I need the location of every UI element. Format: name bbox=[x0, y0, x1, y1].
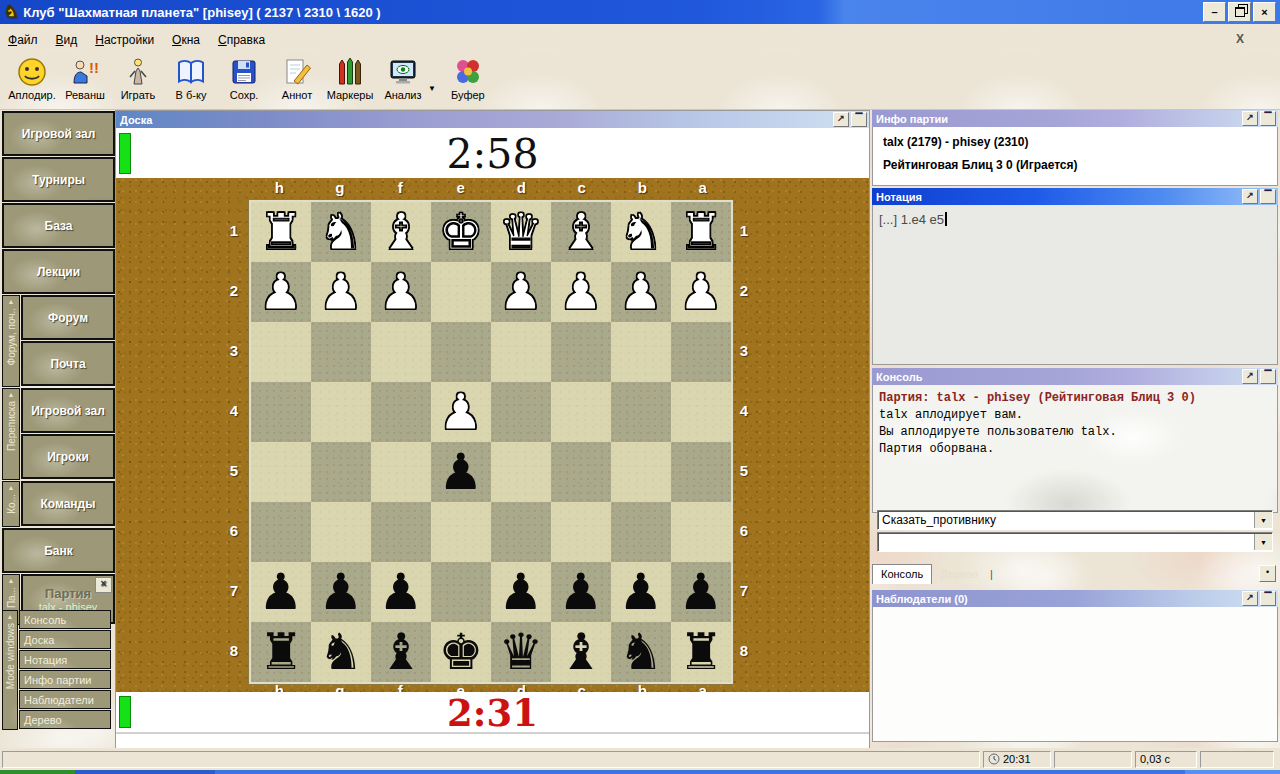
black-pawn-piece[interactable]: ♟ bbox=[611, 562, 671, 622]
console-line: Партия: talx - phisey (Рейтинговая Блиц … bbox=[879, 390, 1271, 407]
square-a6[interactable] bbox=[671, 502, 731, 562]
square-d8[interactable]: ♛ bbox=[491, 622, 551, 682]
square-c3[interactable] bbox=[551, 322, 611, 382]
console-line: talx аплодирует вам. bbox=[879, 407, 1271, 424]
square-g2[interactable]: ♟ bbox=[311, 262, 371, 322]
square-a8[interactable]: ♜ bbox=[671, 622, 731, 682]
square-e7[interactable] bbox=[431, 562, 491, 622]
square-a4[interactable] bbox=[671, 382, 731, 442]
square-a5[interactable] bbox=[671, 442, 731, 502]
sidebar-item-Игровой зал[interactable]: Игровой зал bbox=[21, 388, 115, 433]
observers-title: Наблюдатели (0) bbox=[876, 593, 968, 605]
menubar: ФайлВидНастройкиОкнаСправка X bbox=[0, 26, 1280, 53]
play-icon bbox=[122, 56, 154, 88]
menu-items: ФайлВидНастройкиОкнаСправка bbox=[8, 30, 283, 48]
group-tab-Форум, поч..[interactable]: ▲Форум, поч.. bbox=[2, 295, 20, 387]
square-b2[interactable]: ♟ bbox=[611, 262, 671, 322]
white-pawn-piece[interactable]: ♟ bbox=[431, 382, 491, 442]
close-button[interactable]: × bbox=[1253, 2, 1276, 22]
window-list-item-Инфо партии[interactable]: Инфо партии bbox=[19, 670, 111, 689]
sidebar-item-label: Лекции bbox=[37, 265, 80, 279]
console-tabbar: Консоль Дерево | • bbox=[872, 562, 1278, 584]
square-c7[interactable]: ♟ bbox=[551, 562, 611, 622]
statusbar-cell-empty bbox=[1200, 751, 1274, 768]
notation-header: Нотация ↗ ▔ bbox=[872, 188, 1278, 205]
board-bottom-strip bbox=[116, 733, 869, 746]
sidebar-sections: Игровой залТурнирыБазаЛекции▲Форум, поч.… bbox=[2, 111, 115, 626]
square-f6[interactable] bbox=[371, 502, 431, 562]
info-minimize-button[interactable]: ▔ bbox=[1260, 111, 1276, 126]
game-info-body: talx (2179) - phisey (2310) Рейтинговая … bbox=[872, 127, 1278, 186]
markers-icon bbox=[334, 56, 366, 88]
tool-label: Аплодир. bbox=[8, 89, 55, 101]
tool-label: В б-ку bbox=[176, 89, 207, 101]
file-label-c: c bbox=[552, 179, 613, 199]
white-clock-strip: 2:58 bbox=[116, 129, 869, 179]
menu-Справка[interactable]: Справка bbox=[218, 33, 265, 47]
square-d2[interactable]: ♟ bbox=[491, 262, 551, 322]
game-info-panel: Инфо партии ↗ ▔ talx (2179) - phisey (23… bbox=[872, 110, 1278, 186]
file-label-d: d bbox=[491, 179, 552, 199]
game-info-title: Инфо партии bbox=[876, 113, 948, 125]
time-control-line: Рейтинговая Блиц 3 0 (Играется) bbox=[883, 158, 1267, 172]
observers-panel: Наблюдатели (0) ↗ ▔ bbox=[872, 590, 1278, 742]
menu-Настройки[interactable]: Настройки bbox=[95, 33, 154, 47]
combo-dropdown-icon[interactable]: ▼ bbox=[1254, 534, 1272, 550]
square-e2[interactable] bbox=[431, 262, 491, 322]
chat-input-combo[interactable]: ▼ bbox=[877, 532, 1273, 552]
rank-label-6: 6 bbox=[222, 500, 246, 560]
square-e3[interactable] bbox=[431, 322, 491, 382]
markers-button[interactable]: Маркеры bbox=[324, 54, 376, 101]
statusbar-cell-20:31: 20:31 bbox=[983, 751, 1051, 768]
tool-label: Реванш bbox=[65, 89, 105, 101]
tool-label: Буфер bbox=[451, 89, 485, 101]
rank-labels-right: 12345678 bbox=[732, 200, 756, 680]
square-f2[interactable]: ♟ bbox=[371, 262, 431, 322]
black-queen-piece[interactable]: ♛ bbox=[491, 622, 551, 682]
floppy-icon bbox=[228, 56, 260, 88]
board-expand-button[interactable]: ↗ bbox=[833, 112, 849, 127]
board-panel-title: Доска bbox=[120, 114, 152, 126]
square-c4[interactable] bbox=[551, 382, 611, 442]
sidebar-item-label: Игровой зал bbox=[31, 404, 105, 418]
sidebar-item-label: Команды bbox=[40, 497, 95, 511]
sidebar-item-Лекции[interactable]: Лекции bbox=[2, 249, 115, 294]
console-line: Вы аплодируете пользователю talx. bbox=[879, 424, 1271, 441]
board-wood-frame: hgfedcba 12345678 ♜♞♝♚♛♝♞♜♟♟♟♟♟♟♟♟♟♟♟♟♟♟… bbox=[116, 178, 869, 692]
say-opponent-value: Сказать_противнику bbox=[878, 513, 1254, 527]
file-label-a: a bbox=[673, 179, 734, 199]
rank-label-1: 1 bbox=[222, 200, 246, 260]
white-queen-piece[interactable]: ♛ bbox=[491, 202, 551, 262]
statusbar-cell-0,03 с: 0,03 с bbox=[1135, 751, 1197, 768]
close-game-tab-button[interactable]: × bbox=[95, 577, 112, 593]
window-list-item-Доска[interactable]: Доска bbox=[19, 630, 111, 649]
sidebar-item-Игроки[interactable]: Игроки bbox=[21, 434, 115, 479]
board-panel-header: Доска ↗ ▔ bbox=[116, 111, 869, 128]
notation-body[interactable]: [...] 1.e4 e5 bbox=[872, 205, 1278, 365]
text-caret bbox=[945, 212, 947, 226]
scroll-up-icon: ▲ bbox=[8, 391, 15, 398]
applaud-button[interactable]: Аплодир. bbox=[6, 54, 58, 101]
menu-Окна[interactable]: Окна bbox=[172, 33, 200, 47]
sidebar-group: ▲Форум, поч..ФорумПочта bbox=[2, 295, 115, 387]
tool-label: Сохр. bbox=[230, 89, 259, 101]
sidebar-item-Банк[interactable]: Банк bbox=[2, 528, 115, 573]
window-list-item-Дерево[interactable]: Дерево bbox=[19, 710, 111, 729]
file-label-b: b bbox=[612, 179, 673, 199]
window-list-item-Наблюдатели[interactable]: Наблюдатели bbox=[19, 690, 111, 709]
clock-icon bbox=[988, 753, 1000, 765]
white-bishop-piece[interactable]: ♝ bbox=[551, 202, 611, 262]
black-knight-piece[interactable]: ♞ bbox=[311, 622, 371, 682]
white-pawn-piece[interactable]: ♟ bbox=[251, 262, 311, 322]
square-g6[interactable] bbox=[311, 502, 371, 562]
sidebar-item-label: База bbox=[45, 219, 73, 233]
console-minimize-button[interactable]: ▔ bbox=[1260, 369, 1276, 384]
black-king-piece[interactable]: ♚ bbox=[431, 622, 491, 682]
square-g5[interactable] bbox=[311, 442, 371, 502]
square-h6[interactable] bbox=[251, 502, 311, 562]
square-e8[interactable]: ♚ bbox=[431, 622, 491, 682]
rank-label-4: 4 bbox=[732, 380, 756, 440]
black-knight-piece[interactable]: ♞ bbox=[611, 622, 671, 682]
console-expand-button[interactable]: ↗ bbox=[1242, 369, 1258, 384]
rank-label-7: 7 bbox=[222, 560, 246, 620]
scroll-up-icon: ▲ bbox=[8, 298, 15, 305]
white-pawn-piece[interactable]: ♟ bbox=[311, 262, 371, 322]
sidebar-group: ▲Ко...Команды bbox=[2, 481, 115, 527]
square-d1[interactable]: ♛ bbox=[491, 202, 551, 262]
rank-label-3: 3 bbox=[222, 320, 246, 380]
white-clock: 2:58 bbox=[116, 130, 869, 178]
square-h3[interactable] bbox=[251, 322, 311, 382]
group-tab-Переписка[interactable]: ▲Переписка bbox=[2, 388, 20, 480]
analysis-icon bbox=[387, 56, 419, 88]
white-king-piece[interactable]: ♚ bbox=[431, 202, 491, 262]
square-b7[interactable]: ♟ bbox=[611, 562, 671, 622]
sidebar-item-Почта[interactable]: Почта bbox=[21, 341, 115, 386]
observers-list[interactable] bbox=[872, 607, 1278, 742]
rematch-button[interactable]: !!Реванш bbox=[59, 54, 111, 101]
square-h8[interactable]: ♜ bbox=[251, 622, 311, 682]
mdi-child-close-button[interactable]: X bbox=[1236, 32, 1244, 46]
info-expand-button[interactable]: ↗ bbox=[1242, 111, 1258, 126]
white-pawn-piece[interactable]: ♟ bbox=[671, 262, 731, 322]
notation-panel: Нотация ↗ ▔ [...] 1.e4 e5 bbox=[872, 188, 1278, 365]
window-titlebar: ♞ Клуб "Шахматная планета" [phisey] ( 21… bbox=[0, 0, 1280, 24]
console-title: Консоль bbox=[876, 371, 922, 383]
black-rook-piece[interactable]: ♜ bbox=[251, 622, 311, 682]
square-a7[interactable]: ♟ bbox=[671, 562, 731, 622]
square-d4[interactable] bbox=[491, 382, 551, 442]
statusbar-cell-empty bbox=[2, 751, 980, 768]
black-pawn-piece[interactable]: ♟ bbox=[491, 562, 551, 622]
move-list: [...] 1.e4 e5 bbox=[879, 212, 944, 227]
square-g3[interactable] bbox=[311, 322, 371, 382]
square-f5[interactable] bbox=[371, 442, 431, 502]
square-e4[interactable]: ♟ bbox=[431, 382, 491, 442]
sidebar-item-label: Игровой зал bbox=[22, 127, 96, 141]
square-g4[interactable] bbox=[311, 382, 371, 442]
group-tab-label: Ко... bbox=[6, 494, 17, 514]
square-d5[interactable] bbox=[491, 442, 551, 502]
board-panel: Доска ↗ ▔ 2:58 hgfedcba 12345678 ♜♞♝♚♛♝♞… bbox=[115, 110, 870, 752]
square-b1[interactable]: ♞ bbox=[611, 202, 671, 262]
observers-minimize-button[interactable]: ▔ bbox=[1260, 591, 1276, 606]
square-f7[interactable]: ♟ bbox=[371, 562, 431, 622]
observers-header: Наблюдатели (0) ↗ ▔ bbox=[872, 590, 1278, 607]
file-labels-top: hgfedcba bbox=[249, 179, 733, 199]
play-button[interactable]: Играть bbox=[112, 54, 164, 101]
svg-text:!!: !! bbox=[89, 59, 99, 76]
statusbar: 20:310,03 с bbox=[0, 748, 1280, 770]
rank-label-3: 3 bbox=[732, 320, 756, 380]
square-f3[interactable] bbox=[371, 322, 431, 382]
square-g1[interactable]: ♞ bbox=[311, 202, 371, 262]
smiley-icon bbox=[16, 56, 48, 88]
chess-board[interactable]: ♜♞♝♚♛♝♞♜♟♟♟♟♟♟♟♟♟♟♟♟♟♟♟♟♜♞♝♚♛♝♞♜ bbox=[249, 200, 733, 684]
square-b5[interactable] bbox=[611, 442, 671, 502]
square-f8[interactable]: ♝ bbox=[371, 622, 431, 682]
rank-label-8: 8 bbox=[732, 620, 756, 680]
tab-separator: | bbox=[990, 568, 993, 584]
square-b4[interactable] bbox=[611, 382, 671, 442]
file-label-h: h bbox=[249, 179, 310, 199]
sidebar-item-Турниры[interactable]: Турниры bbox=[2, 157, 115, 202]
restore-button[interactable] bbox=[1228, 2, 1251, 22]
say-opponent-combo[interactable]: Сказать_противнику ▼ bbox=[877, 510, 1273, 530]
tool-label: Аннот bbox=[282, 89, 312, 101]
square-c5[interactable] bbox=[551, 442, 611, 502]
group-tab-Ко...[interactable]: ▲Ко... bbox=[2, 481, 20, 527]
sidebar-item-label: Форум bbox=[48, 311, 88, 325]
tool-label: Анализ bbox=[384, 89, 421, 101]
square-e5[interactable]: ♟ bbox=[431, 442, 491, 502]
white-rook-piece[interactable]: ♜ bbox=[251, 202, 311, 262]
rank-label-2: 2 bbox=[732, 260, 756, 320]
buffer-icon bbox=[452, 56, 484, 88]
rank-label-6: 6 bbox=[732, 500, 756, 560]
black-clock: 2:31 bbox=[116, 691, 869, 735]
board-minimize-button[interactable]: ▔ bbox=[851, 112, 867, 127]
window-title: Клуб "Шахматная планета" [phisey] ( 2137… bbox=[23, 5, 380, 20]
statusbar-text: 20:31 bbox=[1003, 753, 1031, 765]
sidebar-item-label: Почта bbox=[50, 357, 85, 371]
black-bishop-piece[interactable]: ♝ bbox=[371, 622, 431, 682]
file-label-f: f bbox=[370, 179, 431, 199]
black-pawn-piece[interactable]: ♟ bbox=[671, 562, 731, 622]
rank-labels-left: 12345678 bbox=[222, 200, 246, 680]
current-game-title: Партия bbox=[45, 586, 91, 601]
black-rook-piece[interactable]: ♜ bbox=[671, 622, 731, 682]
analysis-button[interactable]: Анализ bbox=[377, 54, 429, 101]
tabbar-options-button[interactable]: • bbox=[1259, 565, 1276, 582]
file-label-e: e bbox=[431, 179, 492, 199]
book-icon bbox=[175, 56, 207, 88]
square-g8[interactable]: ♞ bbox=[311, 622, 371, 682]
app-knight-icon: ♞ bbox=[4, 4, 18, 20]
white-pawn-piece[interactable]: ♟ bbox=[491, 262, 551, 322]
square-h1[interactable]: ♜ bbox=[251, 202, 311, 262]
group-tab-label: Па... bbox=[6, 587, 17, 608]
white-knight-piece[interactable]: ♞ bbox=[611, 202, 671, 262]
square-b6[interactable] bbox=[611, 502, 671, 562]
square-h2[interactable]: ♟ bbox=[251, 262, 311, 322]
restore-icon bbox=[1235, 7, 1245, 17]
scroll-up-icon: ▲ bbox=[7, 613, 14, 620]
square-d7[interactable]: ♟ bbox=[491, 562, 551, 622]
notation-expand-button[interactable]: ↗ bbox=[1242, 189, 1258, 204]
square-c2[interactable]: ♟ bbox=[551, 262, 611, 322]
square-h7[interactable]: ♟ bbox=[251, 562, 311, 622]
console-panel: Консоль ↗ ▔ Партия: talx - phisey (Рейти… bbox=[872, 368, 1278, 584]
sidebar-item-Игровой зал[interactable]: Игровой зал bbox=[2, 111, 115, 156]
black-pawn-piece[interactable]: ♟ bbox=[251, 562, 311, 622]
sidebar-item-label: Игроки bbox=[47, 450, 89, 464]
rank-label-7: 7 bbox=[732, 560, 756, 620]
scroll-up-icon: ▲ bbox=[8, 577, 15, 584]
square-b3[interactable] bbox=[611, 322, 671, 382]
game-info-header: Инфо партии ↗ ▔ bbox=[872, 110, 1278, 127]
square-e1[interactable]: ♚ bbox=[431, 202, 491, 262]
application-window: ♞ Клуб "Шахматная планета" [phisey] ( 21… bbox=[0, 0, 1280, 774]
window-list: ▲Mode windowsКонсольДоскаНотацияИнфо пар… bbox=[2, 610, 111, 730]
group-tab-label: Mode windows bbox=[5, 623, 16, 689]
tab-console[interactable]: Консоль bbox=[872, 564, 932, 584]
rank-label-5: 5 bbox=[222, 440, 246, 500]
rank-label-5: 5 bbox=[732, 440, 756, 500]
white-pawn-piece[interactable]: ♟ bbox=[611, 262, 671, 322]
tool-label: Играть bbox=[121, 89, 156, 101]
black-pawn-piece[interactable]: ♟ bbox=[371, 562, 431, 622]
rank-label-8: 8 bbox=[222, 620, 246, 680]
sidebar-item-Форум[interactable]: Форум bbox=[21, 295, 115, 340]
square-a1[interactable]: ♜ bbox=[671, 202, 731, 262]
window-list-item-Нотация[interactable]: Нотация bbox=[19, 650, 111, 669]
annotate-button[interactable]: Аннот bbox=[271, 54, 323, 101]
revenge-icon: !! bbox=[69, 56, 101, 88]
group-tab-label: Форум, поч.. bbox=[6, 308, 17, 365]
white-knight-piece[interactable]: ♞ bbox=[311, 202, 371, 262]
buffer-button[interactable]: Буфер bbox=[442, 54, 494, 101]
rank-label-1: 1 bbox=[732, 200, 756, 260]
white-rook-piece[interactable]: ♜ bbox=[671, 202, 731, 262]
notation-title: Нотация bbox=[876, 191, 922, 203]
white-pawn-piece[interactable]: ♟ bbox=[371, 262, 431, 322]
tool-label: Маркеры bbox=[327, 89, 374, 101]
menu-Вид[interactable]: Вид bbox=[56, 33, 78, 47]
annotate-icon bbox=[281, 56, 313, 88]
group-tab-label: Переписка bbox=[6, 401, 17, 451]
save-button[interactable]: Сохр. bbox=[218, 54, 270, 101]
minimize-button[interactable]: – bbox=[1203, 2, 1226, 22]
white-bishop-piece[interactable]: ♝ bbox=[371, 202, 431, 262]
sidebar: Игровой залТурнирыБазаЛекции▲Форум, поч.… bbox=[2, 109, 115, 748]
console-line: Партия оборвана. bbox=[879, 441, 1271, 458]
notation-minimize-button[interactable]: ▔ bbox=[1260, 189, 1276, 204]
square-c6[interactable] bbox=[551, 502, 611, 562]
to-library-button[interactable]: В б-ку bbox=[165, 54, 217, 101]
square-g7[interactable]: ♟ bbox=[311, 562, 371, 622]
tab-tree[interactable]: Дерево bbox=[932, 565, 986, 584]
rank-label-4: 4 bbox=[222, 380, 246, 440]
combo-dropdown-icon[interactable]: ▼ bbox=[1254, 512, 1272, 528]
square-a3[interactable] bbox=[671, 322, 731, 382]
white-pawn-piece[interactable]: ♟ bbox=[551, 262, 611, 322]
analysis-dropdown-arrow-icon[interactable]: ▼ bbox=[428, 84, 436, 93]
black-pawn-piece[interactable]: ♟ bbox=[311, 562, 371, 622]
square-b8[interactable]: ♞ bbox=[611, 622, 671, 682]
black-pawn-piece[interactable]: ♟ bbox=[551, 562, 611, 622]
file-label-g: g bbox=[310, 179, 371, 199]
toolbar: Аплодир.!!РеваншИгратьВ б-куСохр.АннотМа… bbox=[0, 52, 1280, 110]
black-pawn-piece[interactable]: ♟ bbox=[431, 442, 491, 502]
rank-label-2: 2 bbox=[222, 260, 246, 320]
square-c8[interactable]: ♝ bbox=[551, 622, 611, 682]
observers-expand-button[interactable]: ↗ bbox=[1242, 591, 1258, 606]
square-f4[interactable] bbox=[371, 382, 431, 442]
console-header: Консоль ↗ ▔ bbox=[872, 368, 1278, 385]
sidebar-item-label: Банк bbox=[44, 544, 73, 558]
group-tab-mode-windows[interactable]: ▲Mode windows bbox=[2, 610, 18, 730]
square-c1[interactable]: ♝ bbox=[551, 202, 611, 262]
square-a2[interactable]: ♟ bbox=[671, 262, 731, 322]
sidebar-item-База[interactable]: База bbox=[2, 203, 115, 248]
scroll-up-icon: ▲ bbox=[8, 484, 15, 491]
window-list-item-Консоль[interactable]: Консоль bbox=[19, 610, 111, 629]
sidebar-item-Команды[interactable]: Команды bbox=[21, 481, 115, 526]
square-h4[interactable] bbox=[251, 382, 311, 442]
square-d3[interactable] bbox=[491, 322, 551, 382]
taskbar-sliver bbox=[0, 770, 1280, 774]
sidebar-group: ▲ПерепискаИгровой залИгроки bbox=[2, 388, 115, 480]
black-bishop-piece[interactable]: ♝ bbox=[551, 622, 611, 682]
console-log[interactable]: Партия: talx - phisey (Рейтинговая Блиц … bbox=[872, 385, 1278, 513]
square-d6[interactable] bbox=[491, 502, 551, 562]
square-e6[interactable] bbox=[431, 502, 491, 562]
right-panel-column: Инфо партии ↗ ▔ talx (2179) - phisey (23… bbox=[872, 110, 1278, 742]
square-h5[interactable] bbox=[251, 442, 311, 502]
statusbar-text: 0,03 с bbox=[1140, 753, 1170, 765]
black-clock-strip: 2:31 bbox=[116, 692, 869, 733]
statusbar-cell-empty bbox=[1054, 751, 1132, 768]
square-f1[interactable]: ♝ bbox=[371, 202, 431, 262]
players-line: talx (2179) - phisey (2310) bbox=[883, 135, 1267, 149]
sidebar-item-label: Турниры bbox=[32, 173, 85, 187]
menu-Файл[interactable]: Файл bbox=[8, 33, 38, 47]
